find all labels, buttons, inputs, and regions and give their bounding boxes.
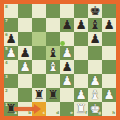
black-rook-d2[interactable]: ♜ [47, 88, 58, 102]
black-bishop-d5[interactable]: ♝ [47, 46, 58, 60]
rank-label-2: 2 [5, 89, 8, 93]
square-b7[interactable] [18, 18, 32, 32]
white-pawn-a5[interactable]: ♟ [5, 46, 16, 60]
square-f6[interactable] [74, 32, 88, 46]
square-c2[interactable]: ♜ [32, 88, 46, 102]
square-b1[interactable]: b [18, 102, 32, 116]
rank-label-8: 8 [5, 5, 8, 9]
square-e7[interactable]: ♟ [60, 18, 74, 32]
square-d8[interactable] [46, 4, 60, 18]
white-pawn-g3[interactable]: ♟ [89, 74, 100, 88]
square-h7[interactable]: ♟ [102, 18, 116, 32]
white-pawn-e3[interactable]: ♟ [61, 74, 72, 88]
black-pawn-h7[interactable]: ♟ [103, 18, 114, 32]
square-f4[interactable] [74, 60, 88, 74]
square-d1[interactable]: d [46, 102, 60, 116]
black-pawn-g6[interactable]: ♟ [89, 32, 100, 46]
square-c8[interactable] [32, 4, 46, 18]
file-label-e: e [70, 111, 73, 115]
square-g6[interactable]: ♟ [88, 32, 102, 46]
square-e1[interactable]: e [60, 102, 74, 116]
white-pawn-f2[interactable]: ♟ [75, 88, 86, 102]
black-pawn-e4[interactable]: ♟ [61, 60, 72, 74]
file-label-h: h [112, 111, 115, 115]
black-king-g8[interactable]: ♚ [89, 4, 100, 18]
rank-label-7: 7 [5, 19, 8, 23]
white-bishop-d4[interactable]: ♝ [47, 60, 58, 74]
black-rook-a1[interactable]: ♜ [5, 102, 16, 116]
square-d4[interactable]: ♝ [46, 60, 60, 74]
square-h4[interactable] [102, 60, 116, 74]
square-a3[interactable]: 3 [4, 74, 18, 88]
rank-label-4: 4 [5, 61, 8, 65]
square-c5[interactable] [32, 46, 46, 60]
square-e3[interactable]: ♟ [60, 74, 74, 88]
square-h6[interactable] [102, 32, 116, 46]
square-d2[interactable]: ♜ [46, 88, 60, 102]
black-pawn-b5[interactable]: ♟ [19, 46, 30, 60]
square-c7[interactable] [32, 18, 46, 32]
white-pawn-b4[interactable]: ♟ [19, 60, 30, 74]
square-e2[interactable] [60, 88, 74, 102]
square-g1[interactable]: g♚ [88, 102, 102, 116]
white-pawn-e5[interactable]: ♟ [61, 46, 72, 60]
file-label-d: d [56, 111, 59, 115]
chess-board[interactable]: 8♚7♟♟♝♟6♟♟5♟♟♝♟4♟♝♟3♟♟2♜♜♟♝♟1a♜bcdef♜g♚h [4, 4, 116, 116]
black-pawn-e7[interactable]: ♟ [61, 18, 72, 32]
square-c1[interactable]: c [32, 102, 46, 116]
rank-label-3: 3 [5, 75, 8, 79]
square-a4[interactable]: 4 [4, 60, 18, 74]
square-h2[interactable]: ♟ [102, 88, 116, 102]
black-bishop-g7[interactable]: ♝ [89, 18, 100, 32]
file-label-c: c [43, 111, 45, 115]
square-f1[interactable]: f♜ [74, 102, 88, 116]
square-h1[interactable]: h [102, 102, 116, 116]
white-rook-f1[interactable]: ♜ [75, 102, 86, 116]
square-b8[interactable] [18, 4, 32, 18]
white-pawn-h2[interactable]: ♟ [103, 88, 114, 102]
square-b2[interactable] [18, 88, 32, 102]
square-a8[interactable]: 8 [4, 4, 18, 18]
white-king-g1[interactable]: ♚ [89, 102, 100, 116]
black-pawn-a6[interactable]: ♟ [5, 32, 16, 46]
square-g5[interactable] [88, 46, 102, 60]
square-c6[interactable] [32, 32, 46, 46]
white-bishop-g2[interactable]: ♝ [89, 88, 100, 102]
square-a5[interactable]: 5♟ [4, 46, 18, 60]
square-h5[interactable] [102, 46, 116, 60]
black-pawn-f7[interactable]: ♟ [75, 18, 86, 32]
square-a1[interactable]: 1a♜ [4, 102, 18, 116]
black-rook-c2[interactable]: ♜ [33, 88, 44, 102]
square-b4[interactable]: ♟ [18, 60, 32, 74]
file-label-b: b [28, 111, 31, 115]
square-d7[interactable] [46, 18, 60, 32]
square-c4[interactable] [32, 60, 46, 74]
square-f5[interactable] [74, 46, 88, 60]
square-b3[interactable] [18, 74, 32, 88]
square-f7[interactable]: ♟ [74, 18, 88, 32]
board-frame: 8♚7♟♟♝♟6♟♟5♟♟♝♟4♟♝♟3♟♟2♜♜♟♝♟1a♜bcdef♜g♚h [0, 0, 120, 120]
